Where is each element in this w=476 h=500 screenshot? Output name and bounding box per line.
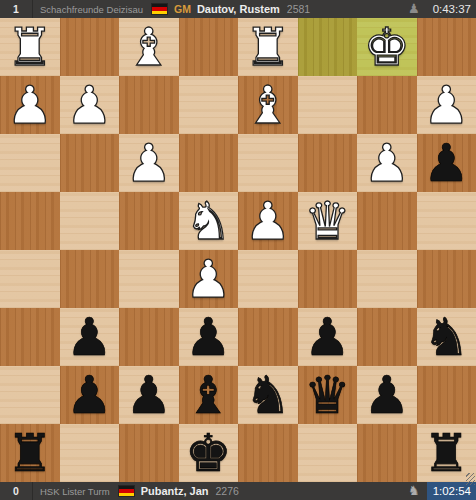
bar-divider [32, 482, 33, 500]
white-pawn: ♟ [423, 76, 470, 134]
white-pawn: ♟ [244, 192, 291, 250]
square-c7[interactable]: ♛ [298, 366, 358, 424]
square-b6[interactable] [357, 308, 417, 366]
square-g2[interactable]: ♟ [60, 76, 120, 134]
black-queen: ♛ [304, 366, 351, 424]
square-d4[interactable]: ♟ [238, 192, 298, 250]
square-a4[interactable] [417, 192, 476, 250]
white-rook: ♜ [6, 18, 53, 76]
bottom-player-name: Pubantz, Jan [141, 485, 209, 497]
white-pawn: ♟ [6, 76, 53, 134]
square-a2[interactable]: ♟ [417, 76, 476, 134]
chess-broadcast-window: 1 Schachfreunde Deizisau GM Dautov, Rust… [0, 0, 476, 500]
square-a3[interactable]: ♟ [417, 134, 476, 192]
square-g3[interactable] [60, 134, 120, 192]
black-king: ♚ [185, 424, 232, 482]
square-e4[interactable]: ♞ [179, 192, 239, 250]
square-d2[interactable]: ♝ [238, 76, 298, 134]
black-rook: ♜ [6, 424, 53, 482]
square-h5[interactable] [0, 250, 60, 308]
chess-board[interactable]: ♜♝♜♚♟♟♝♟♟♟♟♞♟♛♟♟♟♟♞♟♟♝♞♛♟♜♚♜ [0, 18, 476, 482]
top-team-name: Schachfreunde Deizisau [40, 4, 143, 15]
square-h8[interactable]: ♜ [0, 424, 60, 482]
white-pawn: ♟ [363, 134, 410, 192]
white-pawn: ♟ [125, 134, 172, 192]
square-d6[interactable] [238, 308, 298, 366]
bottom-player-rating: 2276 [216, 485, 239, 497]
square-h2[interactable]: ♟ [0, 76, 60, 134]
square-d3[interactable] [238, 134, 298, 192]
bottom-team-name: HSK Lister Turm [40, 486, 110, 497]
square-b8[interactable] [357, 424, 417, 482]
square-c4[interactable]: ♛ [298, 192, 358, 250]
pawn-icon: ♟ [408, 0, 420, 18]
square-e5[interactable]: ♟ [179, 250, 239, 308]
square-e8[interactable]: ♚ [179, 424, 239, 482]
black-bishop: ♝ [185, 366, 232, 424]
square-f5[interactable] [119, 250, 179, 308]
square-b7[interactable]: ♟ [357, 366, 417, 424]
square-e6[interactable]: ♟ [179, 308, 239, 366]
top-team-score: 1 [0, 3, 32, 15]
black-pawn: ♟ [423, 134, 470, 192]
white-pawn: ♟ [66, 76, 113, 134]
square-h6[interactable] [0, 308, 60, 366]
top-player-rating: 2581 [287, 3, 310, 15]
black-knight: ♞ [244, 366, 291, 424]
square-h1[interactable]: ♜ [0, 18, 60, 76]
square-f4[interactable] [119, 192, 179, 250]
square-e2[interactable] [179, 76, 239, 134]
square-c1[interactable] [298, 18, 358, 76]
square-a1[interactable] [417, 18, 476, 76]
square-f3[interactable]: ♟ [119, 134, 179, 192]
knight-icon: ♞ [408, 482, 420, 500]
square-g5[interactable] [60, 250, 120, 308]
white-bishop: ♝ [244, 76, 291, 134]
square-a7[interactable] [417, 366, 476, 424]
square-a6[interactable]: ♞ [417, 308, 476, 366]
german-flag-icon [152, 4, 167, 14]
white-rook: ♜ [244, 18, 291, 76]
square-f8[interactable] [119, 424, 179, 482]
top-player-clock: 0:43:37 [427, 0, 476, 18]
black-pawn: ♟ [66, 308, 113, 366]
black-pawn: ♟ [304, 308, 351, 366]
white-knight: ♞ [185, 192, 232, 250]
white-bishop: ♝ [125, 18, 172, 76]
square-d8[interactable] [238, 424, 298, 482]
square-h4[interactable] [0, 192, 60, 250]
black-pawn: ♟ [185, 308, 232, 366]
square-h7[interactable] [0, 366, 60, 424]
square-d7[interactable]: ♞ [238, 366, 298, 424]
black-knight: ♞ [423, 308, 470, 366]
square-g7[interactable]: ♟ [60, 366, 120, 424]
bottom-player-bar: 0 HSK Lister Turm Pubantz, Jan 2276 ♞ 1:… [0, 482, 476, 500]
square-e7[interactable]: ♝ [179, 366, 239, 424]
square-g1[interactable] [60, 18, 120, 76]
white-pawn: ♟ [185, 250, 232, 308]
square-e1[interactable] [179, 18, 239, 76]
black-pawn: ♟ [363, 366, 410, 424]
bar-divider [32, 0, 33, 18]
square-b4[interactable] [357, 192, 417, 250]
square-g6[interactable]: ♟ [60, 308, 120, 366]
square-d1[interactable]: ♜ [238, 18, 298, 76]
square-b3[interactable]: ♟ [357, 134, 417, 192]
white-king: ♚ [363, 18, 410, 76]
square-c5[interactable] [298, 250, 358, 308]
square-f7[interactable]: ♟ [119, 366, 179, 424]
black-pawn: ♟ [66, 366, 113, 424]
square-g4[interactable] [60, 192, 120, 250]
bottom-team-score: 0 [0, 485, 32, 497]
square-b2[interactable] [357, 76, 417, 134]
square-f6[interactable] [119, 308, 179, 366]
square-c8[interactable] [298, 424, 358, 482]
square-f1[interactable]: ♝ [119, 18, 179, 76]
german-flag-icon [119, 486, 134, 496]
square-f2[interactable] [119, 76, 179, 134]
top-player-title: GM [174, 3, 191, 15]
resize-grip-icon[interactable] [466, 473, 475, 485]
black-rook: ♜ [423, 424, 470, 482]
square-b5[interactable] [357, 250, 417, 308]
square-g8[interactable] [60, 424, 120, 482]
top-player-bar: 1 Schachfreunde Deizisau GM Dautov, Rust… [0, 0, 476, 18]
square-a5[interactable] [417, 250, 476, 308]
white-queen: ♛ [304, 192, 351, 250]
square-c3[interactable] [298, 134, 358, 192]
black-pawn: ♟ [125, 366, 172, 424]
square-c6[interactable]: ♟ [298, 308, 358, 366]
square-b1[interactable]: ♚ [357, 18, 417, 76]
square-c2[interactable] [298, 76, 358, 134]
square-d5[interactable] [238, 250, 298, 308]
square-h3[interactable] [0, 134, 60, 192]
square-e3[interactable] [179, 134, 239, 192]
top-player-name: Dautov, Rustem [197, 3, 280, 15]
